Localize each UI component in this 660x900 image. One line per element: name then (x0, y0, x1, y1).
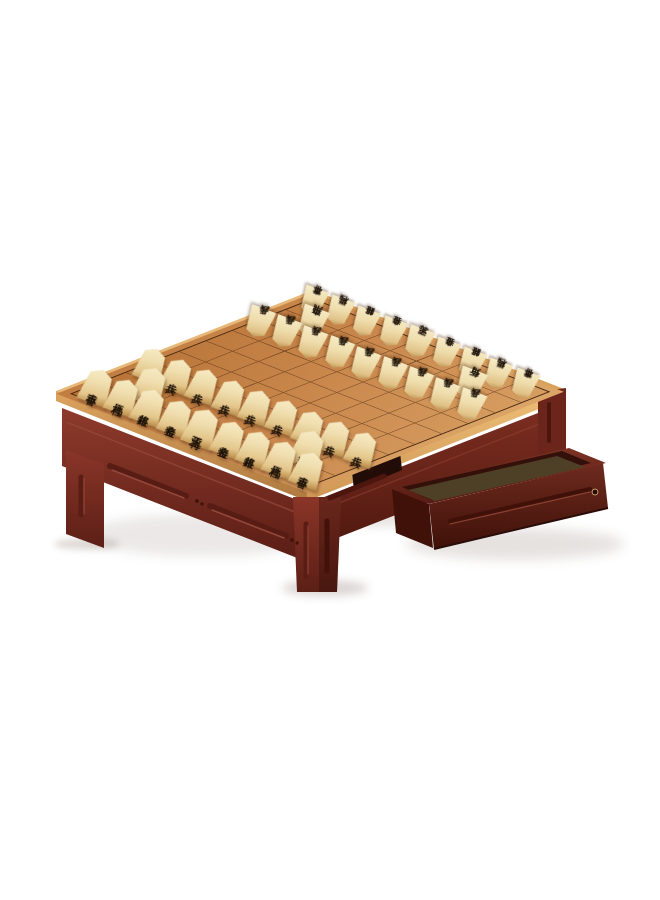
piece-gote-l[interactable]: 香車 (507, 367, 541, 403)
piece-tile (507, 367, 541, 403)
pieces-layer: 香車桂馬銀将金将王将金将銀将桂馬香車飛車角行歩兵歩兵歩兵歩兵歩兵歩兵歩兵歩兵歩兵… (0, 0, 660, 900)
shogi-product-photo: 香車桂馬銀将金将王将金将銀将桂馬香車飛車角行歩兵歩兵歩兵歩兵歩兵歩兵歩兵歩兵歩兵… (0, 0, 660, 900)
